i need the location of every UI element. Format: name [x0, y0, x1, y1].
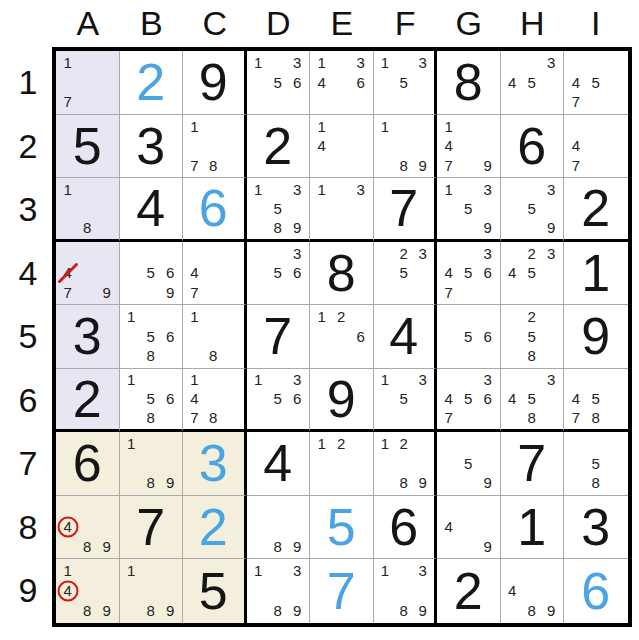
- cell-F9[interactable]: 1389: [374, 559, 438, 623]
- pencil-marks: 489: [503, 561, 562, 621]
- pencil-marks: 345: [503, 53, 562, 112]
- pencil-marks: 59: [439, 434, 498, 493]
- pencil-marks: 13589: [249, 180, 308, 237]
- cell-G5[interactable]: 56: [437, 305, 501, 369]
- candidate-1: 1: [122, 307, 142, 327]
- cell-H9[interactable]: 489: [501, 559, 565, 623]
- candidate-9: 9: [97, 283, 117, 303]
- pencil-marks: 1478: [185, 371, 242, 428]
- cell-C3[interactable]: 6: [183, 178, 247, 242]
- candidate-4: 4: [185, 263, 204, 283]
- pencil-marks: 4578: [566, 371, 626, 428]
- pencil-marks: 12: [312, 434, 371, 493]
- pencil-marks: 359: [503, 180, 562, 237]
- candidate-8: 8: [268, 537, 288, 557]
- cell-G1[interactable]: 8: [437, 51, 501, 115]
- column-label-I: I: [564, 2, 628, 44]
- candidate-3: 3: [542, 371, 562, 390]
- candidate-8: 8: [586, 408, 606, 427]
- column-labels: ABCDEFGHI: [56, 2, 628, 44]
- cell-E2[interactable]: 14: [310, 115, 374, 179]
- column-label-H: H: [501, 2, 565, 44]
- cell-value: 2: [247, 115, 310, 178]
- candidate-1: 1: [185, 117, 204, 137]
- cell-F5[interactable]: 4: [374, 305, 438, 369]
- candidate-5: 5: [394, 73, 413, 93]
- cell-C6[interactable]: 1478: [183, 369, 247, 433]
- candidate-3: 3: [413, 244, 432, 264]
- candidate-5: 5: [141, 263, 161, 283]
- cell-E5[interactable]: 126: [310, 305, 374, 369]
- candidate-9: 9: [413, 473, 432, 493]
- cell-B7[interactable]: 189: [120, 432, 184, 496]
- cell-G4[interactable]: 34567: [437, 242, 501, 306]
- cell-value: 6: [501, 115, 564, 178]
- row-label-6: 6: [2, 369, 48, 433]
- cell-value: 7: [374, 178, 435, 239]
- cell-value: 8: [310, 242, 373, 305]
- pencil-marks: 2345: [503, 244, 562, 303]
- cell-E9[interactable]: 7: [310, 559, 374, 623]
- cell-I1[interactable]: 457: [564, 51, 628, 115]
- cell-value: 4: [247, 432, 310, 495]
- candidate-3: 3: [351, 53, 371, 73]
- cell-value: 8: [437, 51, 500, 114]
- candidate-3: 3: [351, 180, 371, 199]
- candidate-1: 1: [439, 180, 459, 199]
- candidate-1: 1: [58, 53, 78, 73]
- cell-E4[interactable]: 8: [310, 242, 374, 306]
- candidate-6: 6: [161, 263, 181, 283]
- candidate-4: 4: [503, 581, 523, 601]
- pencil-marks: 356: [249, 244, 308, 303]
- candidate-6: 6: [351, 327, 371, 347]
- candidate-5: 5: [522, 327, 542, 347]
- candidate-5: 5: [268, 199, 288, 218]
- pencil-marks: 56: [439, 307, 498, 366]
- candidate-5: 5: [459, 327, 479, 347]
- candidate-4: 4: [503, 263, 523, 283]
- pencil-marks: 14: [312, 117, 371, 176]
- cell-value: 2: [56, 369, 119, 430]
- cell-A2[interactable]: 5: [56, 115, 120, 179]
- cell-value: 2: [564, 178, 628, 239]
- cell-I6[interactable]: 4578: [564, 369, 628, 433]
- pencil-marks: 47: [566, 117, 626, 176]
- candidate-5: 5: [459, 263, 479, 283]
- pencil-marks: 34567: [439, 371, 498, 428]
- cell-C8[interactable]: 2: [183, 496, 247, 560]
- candidate-7: 7: [58, 283, 78, 303]
- pencil-marks: 189: [376, 117, 433, 176]
- pencil-marks: 13: [312, 180, 371, 237]
- candidate-8: 8: [78, 601, 98, 621]
- cell-A4[interactable]: 479: [56, 242, 120, 306]
- candidate-1: 1: [376, 53, 395, 73]
- cell-A9[interactable]: 1489: [56, 559, 120, 623]
- cell-H4[interactable]: 2345: [501, 242, 565, 306]
- candidate-3: 3: [288, 53, 308, 73]
- cell-value: 1: [564, 242, 628, 305]
- cell-D6[interactable]: 1356: [247, 369, 311, 433]
- candidate-9: 9: [413, 601, 432, 621]
- candidate-3: 3: [478, 244, 498, 264]
- candidate-1: 1: [312, 434, 332, 454]
- cell-C1[interactable]: 9: [183, 51, 247, 115]
- row-label-8: 8: [2, 496, 48, 560]
- candidate-7: 7: [439, 408, 459, 427]
- cell-F2[interactable]: 189: [374, 115, 438, 179]
- pencil-marks: 135: [376, 53, 433, 112]
- candidate-2: 2: [332, 307, 352, 327]
- candidate-9: 9: [413, 156, 432, 176]
- candidate-9: 9: [161, 283, 181, 303]
- candidate-8: 8: [141, 408, 161, 427]
- candidate-1: 1: [185, 307, 204, 327]
- candidate-6: 6: [288, 389, 308, 408]
- cell-I3[interactable]: 2: [564, 178, 628, 242]
- cell-A1[interactable]: 17: [56, 51, 120, 115]
- cell-E6[interactable]: 9: [310, 369, 374, 433]
- cell-H3[interactable]: 359: [501, 178, 565, 242]
- pencil-marks: 489: [58, 498, 117, 557]
- cell-G7[interactable]: 59: [437, 432, 501, 496]
- pencil-marks: 89: [249, 498, 308, 557]
- candidate-5: 5: [459, 389, 479, 408]
- cell-value-blue: 2: [183, 496, 244, 559]
- candidate-4: 4: [312, 136, 332, 156]
- candidate-6: 6: [351, 73, 371, 93]
- cell-C9[interactable]: 5: [183, 559, 247, 623]
- candidate-5: 5: [586, 454, 606, 474]
- cell-F3[interactable]: 7: [374, 178, 438, 242]
- cell-H2[interactable]: 6: [501, 115, 565, 179]
- cell-H8[interactable]: 1: [501, 496, 565, 560]
- cell-D7[interactable]: 4: [247, 432, 311, 496]
- cell-F1[interactable]: 135: [374, 51, 438, 115]
- pencil-marks: 49: [439, 498, 498, 557]
- candidate-1: 1: [185, 371, 204, 390]
- pencil-marks: 17: [58, 53, 117, 112]
- candidate-8: 8: [204, 408, 223, 427]
- cell-C2[interactable]: 178: [183, 115, 247, 179]
- candidate-3: 3: [478, 180, 498, 199]
- candidate-1: 1: [439, 117, 459, 137]
- candidate-8: 8: [522, 346, 542, 366]
- cell-I4[interactable]: 1: [564, 242, 628, 306]
- cell-C4[interactable]: 47: [183, 242, 247, 306]
- pencil-marks: 58: [566, 434, 626, 493]
- cell-value: 3: [56, 305, 119, 368]
- candidate-9: 9: [478, 218, 498, 237]
- candidate-5: 5: [141, 327, 161, 347]
- row-label-4: 4: [2, 242, 48, 306]
- candidate-8: 8: [78, 218, 98, 237]
- candidate-8: 8: [204, 156, 223, 176]
- candidate-1: 1: [312, 117, 332, 137]
- candidate-6: 6: [288, 263, 308, 283]
- cell-value: 3: [120, 115, 183, 178]
- cell-I2[interactable]: 47: [564, 115, 628, 179]
- row-label-3: 3: [2, 178, 48, 242]
- cell-H1[interactable]: 345: [501, 51, 565, 115]
- cell-value: 1: [501, 496, 564, 559]
- candidate-1: 1: [376, 117, 395, 137]
- cell-B4[interactable]: 569: [120, 242, 184, 306]
- candidate-5: 5: [394, 389, 413, 408]
- cell-value: 9: [564, 305, 628, 368]
- pencil-marks: 569: [122, 244, 181, 303]
- pencil-marks: 479: [58, 244, 117, 303]
- pencil-marks: 1389: [249, 561, 308, 621]
- cell-I5[interactable]: 9: [564, 305, 628, 369]
- candidate-3: 3: [288, 244, 308, 264]
- pencil-marks: 1389: [376, 561, 433, 621]
- cell-B2[interactable]: 3: [120, 115, 184, 179]
- candidate-9: 9: [542, 218, 562, 237]
- cell-B3[interactable]: 4: [120, 178, 184, 242]
- candidate-8: 8: [141, 601, 161, 621]
- pencil-marks: 178: [185, 117, 242, 176]
- cell-value: 9: [310, 369, 373, 430]
- cell-A5[interactable]: 3: [56, 305, 120, 369]
- candidate-5: 5: [268, 73, 288, 93]
- candidate-7: 7: [185, 408, 204, 427]
- pencil-marks: 1346: [312, 53, 371, 112]
- candidate-3: 3: [542, 53, 562, 73]
- candidate-3: 3: [413, 53, 432, 73]
- cell-value-blue: 3: [183, 432, 244, 495]
- pencil-marks: 135: [376, 371, 433, 428]
- candidate-6: 6: [288, 73, 308, 93]
- candidate-2: 2: [332, 434, 352, 454]
- cell-value-blue: 6: [183, 178, 244, 239]
- candidate-8: 8: [204, 346, 223, 366]
- column-label-E: E: [310, 2, 374, 44]
- cell-G3[interactable]: 1359: [437, 178, 501, 242]
- cell-value: 6: [56, 432, 119, 495]
- candidate-9: 9: [161, 601, 181, 621]
- candidate-7: 7: [185, 283, 204, 303]
- cell-D5[interactable]: 7: [247, 305, 311, 369]
- candidate-9: 9: [288, 537, 308, 557]
- cell-A8[interactable]: 489: [56, 496, 120, 560]
- cell-value: 7: [247, 305, 310, 368]
- candidate-5: 5: [268, 263, 288, 283]
- sudoku-app: ABCDEFGHI 123456789 17291356134613583454…: [0, 0, 639, 640]
- candidate-6: 6: [161, 327, 181, 347]
- pencil-marks: 235: [376, 244, 433, 303]
- candidate-9: 9: [97, 601, 117, 621]
- cell-F6[interactable]: 135: [374, 369, 438, 433]
- pencil-marks: 18: [58, 180, 117, 237]
- pencil-marks: 1479: [439, 117, 498, 176]
- candidate-7: 7: [439, 156, 459, 176]
- candidate-5: 5: [586, 73, 606, 93]
- candidate-5: 5: [394, 263, 413, 283]
- cell-E1[interactable]: 1346: [310, 51, 374, 115]
- pencil-marks: 1568: [122, 371, 181, 428]
- cell-B8[interactable]: 7: [120, 496, 184, 560]
- candidate-9: 9: [288, 601, 308, 621]
- candidate-9: 9: [478, 156, 498, 176]
- cell-F8[interactable]: 6: [374, 496, 438, 560]
- pencil-marks: 47: [185, 244, 242, 303]
- candidate-4: 4: [503, 389, 523, 408]
- cell-value: 5: [56, 115, 119, 178]
- candidate-8: 8: [394, 156, 413, 176]
- candidate-1: 1: [249, 561, 269, 581]
- cell-value-blue: 6: [564, 559, 628, 623]
- candidate-1: 1: [376, 371, 395, 390]
- candidate-9: 9: [288, 218, 308, 237]
- cell-value-blue: 5: [310, 496, 373, 559]
- candidate-4: 4: [566, 136, 586, 156]
- candidate-5: 5: [522, 389, 542, 408]
- column-label-A: A: [56, 2, 120, 44]
- candidate-4: 4: [439, 263, 459, 283]
- pencil-marks: 189: [122, 561, 181, 621]
- candidate-1: 1: [122, 561, 142, 581]
- candidate-1: 1: [376, 434, 395, 454]
- candidate-5: 5: [459, 454, 479, 474]
- cell-A6[interactable]: 2: [56, 369, 120, 433]
- cell-G8[interactable]: 49: [437, 496, 501, 560]
- row-label-1: 1: [2, 51, 48, 115]
- pencil-marks: 258: [503, 307, 562, 366]
- cell-E3[interactable]: 13: [310, 178, 374, 242]
- cell-value: 4: [374, 305, 435, 368]
- candidate-4-red-slashed: 4: [58, 263, 78, 283]
- candidate-8: 8: [78, 537, 98, 557]
- cell-G9[interactable]: 2: [437, 559, 501, 623]
- pencil-marks: 1489: [58, 561, 117, 621]
- cell-H7[interactable]: 7: [501, 432, 565, 496]
- candidate-9: 9: [542, 601, 562, 621]
- cell-B6[interactable]: 1568: [120, 369, 184, 433]
- candidate-3: 3: [288, 180, 308, 199]
- candidate-3: 3: [288, 561, 308, 581]
- pencil-marks: 126: [312, 307, 371, 366]
- candidate-2: 2: [394, 244, 413, 264]
- candidate-9: 9: [478, 537, 498, 557]
- row-label-2: 2: [2, 115, 48, 179]
- candidate-3: 3: [288, 371, 308, 390]
- candidate-1: 1: [58, 180, 78, 199]
- cell-value: 7: [501, 432, 564, 495]
- cell-H5[interactable]: 258: [501, 305, 565, 369]
- candidate-8: 8: [522, 601, 542, 621]
- cell-value: 6: [374, 496, 435, 559]
- pencil-marks: 189: [122, 434, 181, 493]
- pencil-marks: 1289: [376, 434, 433, 493]
- cell-I8[interactable]: 3: [564, 496, 628, 560]
- candidate-1: 1: [122, 371, 142, 390]
- cell-B9[interactable]: 189: [120, 559, 184, 623]
- candidate-5: 5: [522, 199, 542, 218]
- candidate-4-red-circle: 4: [58, 581, 78, 601]
- candidate-2: 2: [522, 244, 542, 264]
- pencil-marks: 1356: [249, 53, 308, 112]
- candidate-7: 7: [58, 92, 78, 112]
- cell-E7[interactable]: 12: [310, 432, 374, 496]
- candidate-8: 8: [268, 218, 288, 237]
- cell-B5[interactable]: 1568: [120, 305, 184, 369]
- column-label-G: G: [437, 2, 501, 44]
- pencil-marks: 1356: [249, 371, 308, 428]
- cell-value: 2: [437, 559, 500, 623]
- candidate-5: 5: [459, 199, 479, 218]
- column-label-D: D: [247, 2, 311, 44]
- candidate-8: 8: [522, 408, 542, 427]
- cell-value: 9: [183, 51, 244, 114]
- sudoku-board: 1729135613461358345457531782141891479647…: [52, 47, 632, 627]
- cell-D1[interactable]: 1356: [247, 51, 311, 115]
- cell-I7[interactable]: 58: [564, 432, 628, 496]
- candidate-8: 8: [268, 601, 288, 621]
- cell-F4[interactable]: 235: [374, 242, 438, 306]
- cell-I9[interactable]: 6: [564, 559, 628, 623]
- candidate-7: 7: [566, 156, 586, 176]
- cell-H6[interactable]: 3458: [501, 369, 565, 433]
- candidate-6: 6: [478, 327, 498, 347]
- candidate-5: 5: [141, 389, 161, 408]
- cell-C5[interactable]: 18: [183, 305, 247, 369]
- cell-G2[interactable]: 1479: [437, 115, 501, 179]
- cell-D3[interactable]: 13589: [247, 178, 311, 242]
- cell-B1[interactable]: 2: [120, 51, 184, 115]
- row-label-5: 5: [2, 305, 48, 369]
- cell-value: 5: [183, 559, 244, 623]
- cell-C7[interactable]: 3: [183, 432, 247, 496]
- cell-D8[interactable]: 89: [247, 496, 311, 560]
- cell-D4[interactable]: 356: [247, 242, 311, 306]
- candidate-4: 4: [185, 389, 204, 408]
- cell-E8[interactable]: 5: [310, 496, 374, 560]
- candidate-5: 5: [522, 73, 542, 93]
- candidate-4: 4: [439, 389, 459, 408]
- red-slash-mark: [57, 262, 78, 283]
- column-label-C: C: [183, 2, 247, 44]
- pencil-marks: 457: [566, 53, 626, 112]
- cell-F7[interactable]: 1289: [374, 432, 438, 496]
- candidate-1: 1: [122, 434, 142, 454]
- candidate-3: 3: [413, 371, 432, 390]
- cell-G6[interactable]: 34567: [437, 369, 501, 433]
- pencil-marks: 18: [185, 307, 242, 366]
- candidate-8: 8: [141, 346, 161, 366]
- candidate-1: 1: [312, 307, 332, 327]
- cell-D9[interactable]: 1389: [247, 559, 311, 623]
- cell-value-blue: 2: [120, 51, 183, 114]
- candidate-8: 8: [586, 473, 606, 493]
- candidate-9: 9: [97, 537, 117, 557]
- candidate-8: 8: [394, 473, 413, 493]
- row-label-7: 7: [2, 432, 48, 496]
- candidate-2: 2: [394, 434, 413, 454]
- cell-D2[interactable]: 2: [247, 115, 311, 179]
- column-label-B: B: [120, 2, 184, 44]
- candidate-4: 4: [439, 136, 459, 156]
- candidate-1: 1: [312, 53, 332, 73]
- candidate-4: 4: [503, 73, 523, 93]
- cell-A7[interactable]: 6: [56, 432, 120, 496]
- candidate-4: 4: [566, 73, 586, 93]
- candidate-2: 2: [522, 307, 542, 327]
- candidate-7: 7: [566, 408, 586, 427]
- cell-A3[interactable]: 18: [56, 178, 120, 242]
- cell-value-blue: 7: [310, 559, 373, 623]
